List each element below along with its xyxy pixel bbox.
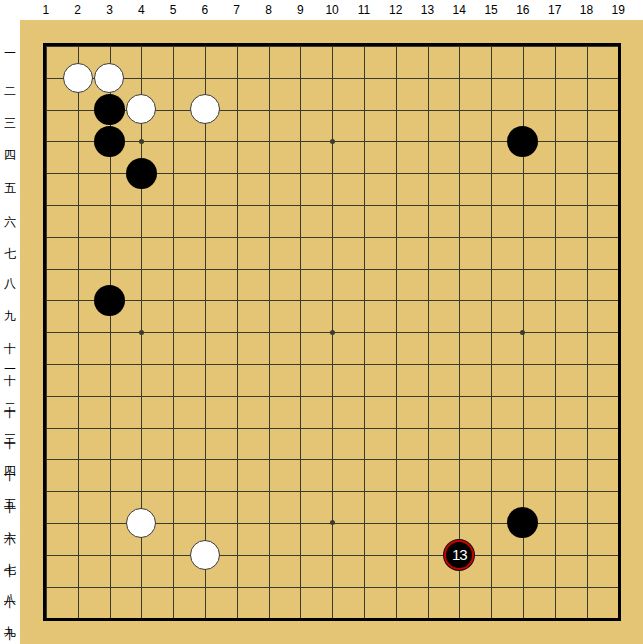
- column-label: 8: [253, 0, 285, 20]
- left-coordinates: 一二三四五六七八九十十一十二十三十四十五十六十七十八十九: [0, 30, 20, 635]
- column-label: 4: [125, 0, 157, 20]
- column-label: 17: [539, 0, 571, 20]
- black-stone[interactable]: [126, 158, 157, 189]
- star-point: [520, 330, 525, 335]
- column-label: 10: [316, 0, 348, 20]
- column-label: 6: [189, 0, 221, 20]
- column-label: 1: [30, 0, 62, 20]
- column-label: 18: [571, 0, 603, 20]
- white-stone[interactable]: [63, 63, 93, 93]
- black-stone[interactable]: [507, 507, 538, 538]
- star-point: [330, 139, 335, 144]
- white-stone[interactable]: [190, 540, 220, 570]
- white-stone[interactable]: [126, 94, 156, 124]
- white-stone[interactable]: [190, 94, 220, 124]
- column-label: 11: [348, 0, 380, 20]
- column-label: 16: [507, 0, 539, 20]
- top-coordinates: 12345678910111213141516171819: [30, 0, 635, 20]
- column-label: 12: [380, 0, 412, 20]
- star-point: [330, 330, 335, 335]
- black-stone[interactable]: [507, 126, 538, 157]
- star-point: [139, 139, 144, 144]
- black-stone[interactable]: [94, 285, 125, 316]
- move-number-label: 13: [452, 547, 467, 562]
- white-stone[interactable]: [94, 63, 124, 93]
- star-point: [330, 520, 335, 525]
- column-label: 15: [475, 0, 507, 20]
- black-stone[interactable]: [94, 126, 125, 157]
- column-label: 13: [412, 0, 444, 20]
- stones-grid[interactable]: 13: [30, 30, 635, 635]
- column-label: 9: [284, 0, 316, 20]
- black-stone[interactable]: [94, 94, 125, 125]
- column-label: 3: [94, 0, 126, 20]
- column-label: 5: [157, 0, 189, 20]
- column-label: 19: [602, 0, 634, 20]
- black-stone-last-move[interactable]: 13: [444, 540, 474, 570]
- column-label: 7: [221, 0, 253, 20]
- column-label: 2: [62, 0, 94, 20]
- star-point: [139, 330, 144, 335]
- white-stone[interactable]: [126, 508, 156, 538]
- go-board-page: 12345678910111213141516171819 一二三四五六七八九十…: [0, 0, 643, 644]
- column-label: 14: [443, 0, 475, 20]
